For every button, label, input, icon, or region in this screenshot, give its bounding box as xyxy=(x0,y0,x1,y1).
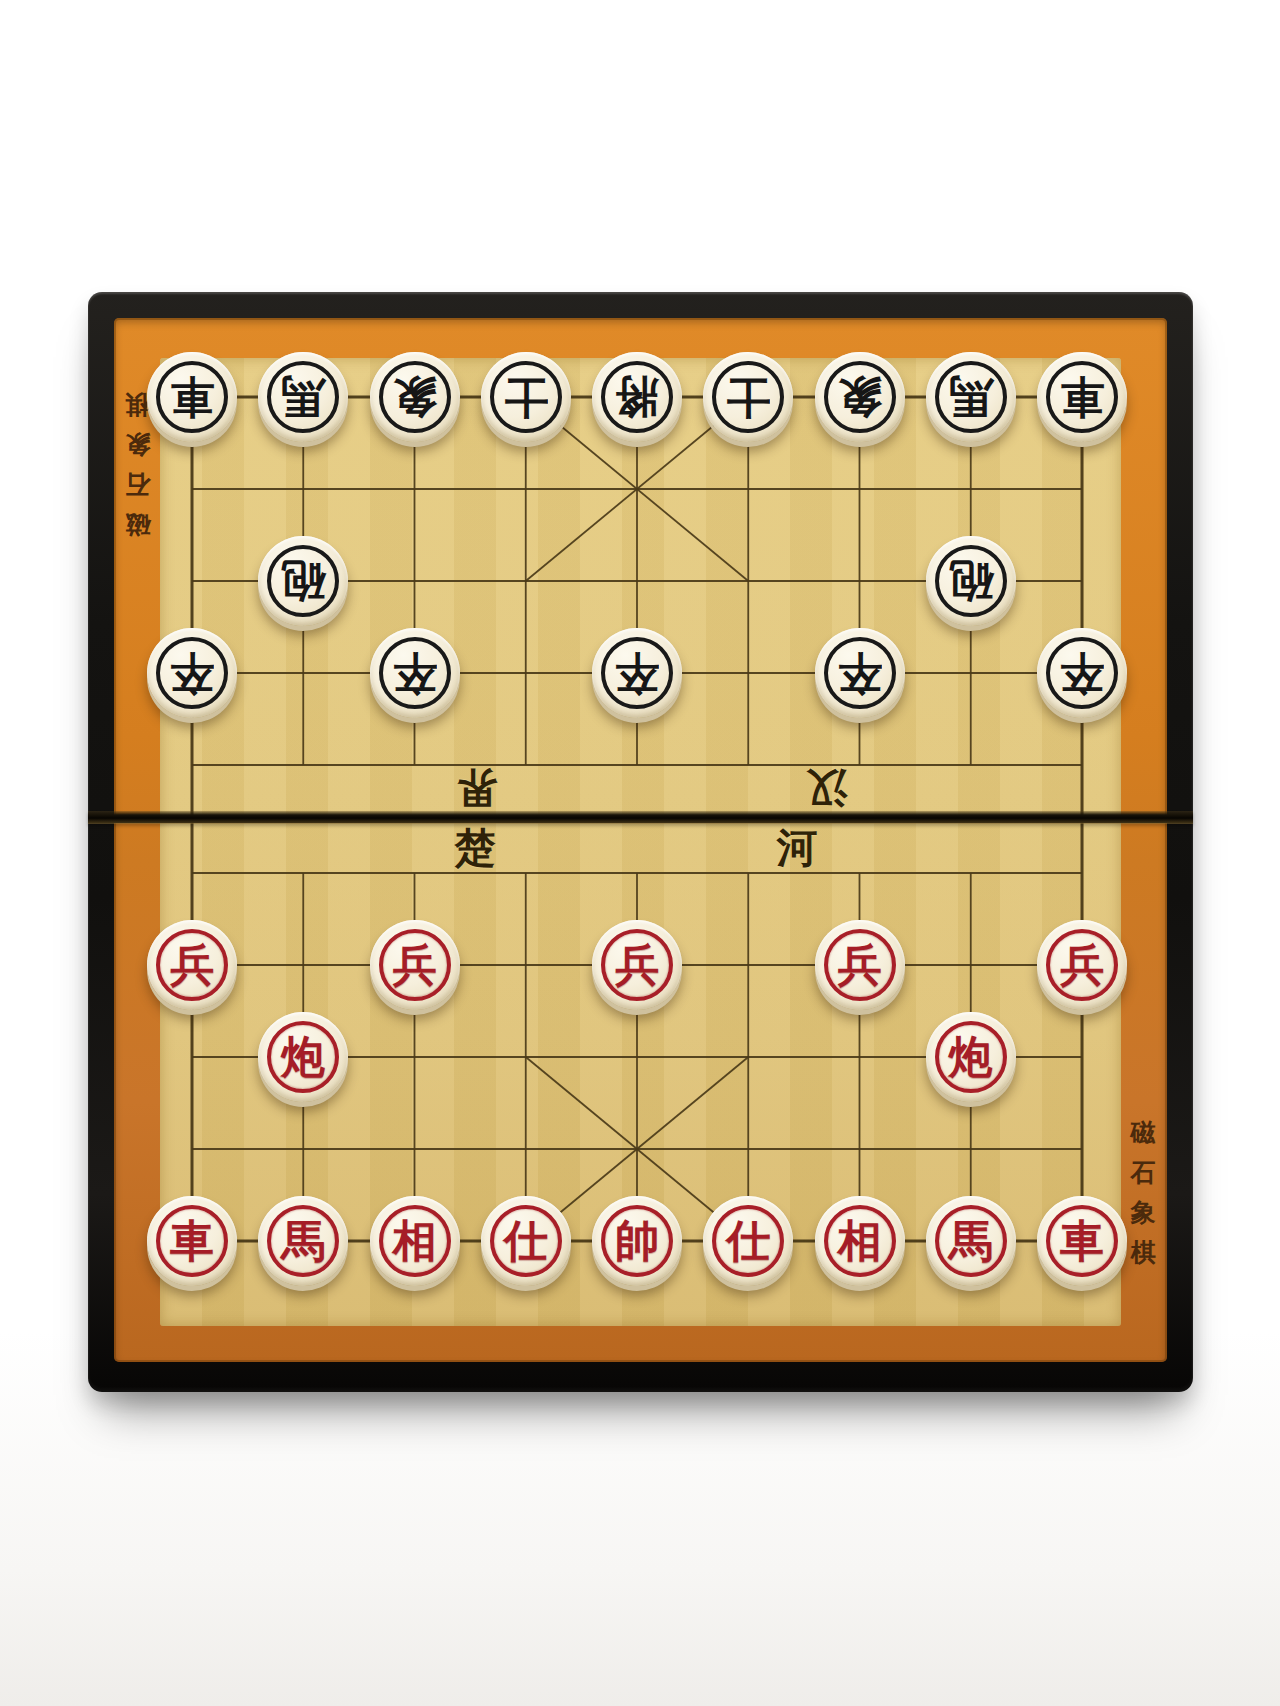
piece-character: 仕 xyxy=(504,1219,548,1263)
piece-black-chariot[interactable]: 車 xyxy=(1037,352,1127,442)
piece-black-elephant[interactable]: 象 xyxy=(815,352,905,442)
piece-red-elephant[interactable]: 相 xyxy=(815,1196,905,1286)
piece-character: 相 xyxy=(838,1219,882,1263)
piece-black-soldier[interactable]: 卒 xyxy=(370,628,460,718)
piece-red-soldier[interactable]: 兵 xyxy=(815,920,905,1010)
piece-black-elephant[interactable]: 象 xyxy=(370,352,460,442)
piece-black-advisor[interactable]: 士 xyxy=(481,352,571,442)
piece-character: 卒 xyxy=(615,651,659,695)
piece-character: 馬 xyxy=(949,1219,993,1263)
piece-red-soldier[interactable]: 兵 xyxy=(147,920,237,1010)
piece-black-cannon[interactable]: 砲 xyxy=(258,536,348,626)
piece-character: 象 xyxy=(393,375,437,419)
pieces-layer: 車馬象士將士象馬車砲砲卒卒卒卒卒兵兵兵兵兵炮炮車馬相仕帥仕相馬車 xyxy=(88,292,1193,1392)
piece-character: 象 xyxy=(838,375,882,419)
piece-character: 兵 xyxy=(170,943,214,987)
piece-character: 仕 xyxy=(726,1219,770,1263)
piece-black-soldier[interactable]: 卒 xyxy=(592,628,682,718)
piece-red-cannon[interactable]: 炮 xyxy=(926,1012,1016,1102)
piece-character: 兵 xyxy=(393,943,437,987)
piece-character: 卒 xyxy=(838,651,882,695)
piece-black-horse[interactable]: 馬 xyxy=(926,352,1016,442)
piece-character: 砲 xyxy=(949,559,993,603)
piece-red-general[interactable]: 帥 xyxy=(592,1196,682,1286)
piece-character: 卒 xyxy=(170,651,214,695)
piece-red-soldier[interactable]: 兵 xyxy=(592,920,682,1010)
piece-red-soldier[interactable]: 兵 xyxy=(1037,920,1127,1010)
piece-character: 車 xyxy=(1060,1219,1104,1263)
piece-character: 炮 xyxy=(949,1035,993,1079)
piece-character: 將 xyxy=(615,375,659,419)
piece-red-advisor[interactable]: 仕 xyxy=(481,1196,571,1286)
piece-character: 兵 xyxy=(838,943,882,987)
piece-character: 馬 xyxy=(281,1219,325,1263)
piece-character: 相 xyxy=(393,1219,437,1263)
piece-black-soldier[interactable]: 卒 xyxy=(147,628,237,718)
piece-character: 炮 xyxy=(281,1035,325,1079)
piece-character: 馬 xyxy=(281,375,325,419)
piece-black-horse[interactable]: 馬 xyxy=(258,352,348,442)
piece-black-chariot[interactable]: 車 xyxy=(147,352,237,442)
piece-character: 兵 xyxy=(1060,943,1104,987)
piece-black-general[interactable]: 將 xyxy=(592,352,682,442)
piece-red-horse[interactable]: 馬 xyxy=(926,1196,1016,1286)
piece-black-soldier[interactable]: 卒 xyxy=(815,628,905,718)
piece-character: 車 xyxy=(1060,375,1104,419)
piece-red-advisor[interactable]: 仕 xyxy=(703,1196,793,1286)
piece-black-cannon[interactable]: 砲 xyxy=(926,536,1016,626)
piece-character: 帥 xyxy=(615,1219,659,1263)
piece-red-cannon[interactable]: 炮 xyxy=(258,1012,348,1102)
piece-red-elephant[interactable]: 相 xyxy=(370,1196,460,1286)
piece-character: 士 xyxy=(726,375,770,419)
piece-character: 卒 xyxy=(1060,651,1104,695)
piece-red-soldier[interactable]: 兵 xyxy=(370,920,460,1010)
piece-red-chariot[interactable]: 車 xyxy=(147,1196,237,1286)
piece-red-chariot[interactable]: 車 xyxy=(1037,1196,1127,1286)
piece-character: 車 xyxy=(170,375,214,419)
piece-red-horse[interactable]: 馬 xyxy=(258,1196,348,1286)
piece-black-soldier[interactable]: 卒 xyxy=(1037,628,1127,718)
piece-character: 兵 xyxy=(615,943,659,987)
piece-black-advisor[interactable]: 士 xyxy=(703,352,793,442)
piece-character: 馬 xyxy=(949,375,993,419)
piece-character: 士 xyxy=(504,375,548,419)
piece-character: 車 xyxy=(170,1219,214,1263)
piece-character: 砲 xyxy=(281,559,325,603)
photo-background: 界 汉 楚 河 磁石象棋 磁石象棋 車馬象士將士象馬車砲砲卒卒卒卒卒兵兵兵兵兵炮… xyxy=(0,0,1280,1706)
xiangqi-board: 界 汉 楚 河 磁石象棋 磁石象棋 車馬象士將士象馬車砲砲卒卒卒卒卒兵兵兵兵兵炮… xyxy=(88,292,1193,1392)
piece-character: 卒 xyxy=(393,651,437,695)
